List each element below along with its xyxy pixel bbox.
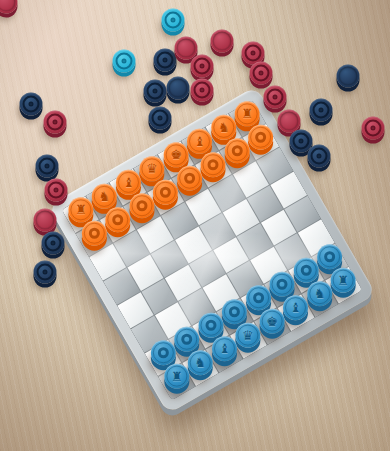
spare-crimson-checker-6-flipped[interactable] [211,30,234,53]
piece-blue-pawn-h2[interactable] [317,244,342,269]
spare-navy-checker-23[interactable] [310,99,333,122]
piece-blue-pawn-c2[interactable] [198,313,223,338]
checker-ring-emboss [45,235,62,252]
scene-desk: ♜♞♝♚♛♝♞♜♜♞♝♚♛♝♞♜ [0,0,390,451]
piece-orange-pawn-a7[interactable] [82,221,107,246]
piece-orange-pawn-g7[interactable] [225,139,250,164]
spare-crimson-checker-20[interactable] [250,62,273,85]
piece-orange-bishop-c8[interactable]: ♝ [116,170,141,195]
spare-navy-checker-4[interactable] [154,49,177,72]
checker-ring-emboss [37,264,54,281]
piece-blue-pawn-e2[interactable] [246,285,271,310]
king-glyph: ♚ [266,315,278,328]
piece-blue-knight-b1[interactable]: ♞ [188,350,213,375]
spare-navy-checker-11[interactable] [149,107,172,130]
piece-orange-knight-b8[interactable]: ♞ [92,184,117,209]
checker-ring-emboss [253,65,270,82]
pawn-ring-emboss [205,320,216,331]
spare-crimson-checker-21[interactable] [264,86,287,109]
pawn-ring-emboss [253,292,264,303]
spare-navy-checker-22-flipped[interactable] [337,65,360,88]
bishop-glyph: ♝ [290,301,302,314]
piece-orange-king-e8[interactable]: ♚ [163,142,188,167]
piece-orange-knight-g8[interactable]: ♞ [211,115,236,140]
checker-ring-emboss [365,120,382,137]
checker-ring-emboss [23,96,40,113]
checker-ring-emboss [311,148,328,165]
piece-blue-pawn-b2[interactable] [174,326,199,351]
checker-ring-emboss [116,53,133,70]
pawn-ring-emboss [181,333,192,344]
bishop-glyph: ♝ [219,342,231,355]
knight-glyph: ♞ [99,190,111,203]
spare-crimson-checker-16-flipped[interactable] [34,209,57,232]
spare-crimson-checker-15[interactable] [45,179,68,202]
piece-blue-bishop-c1[interactable]: ♝ [212,336,237,361]
checker-ring-emboss [165,12,182,29]
piece-blue-rook-a1[interactable]: ♜ [164,364,189,389]
piece-blue-pawn-a2[interactable] [151,340,176,365]
spare-crimson-checker-8[interactable] [191,79,214,102]
spare-cyan-checker-3[interactable] [113,50,136,73]
piece-blue-bishop-f1[interactable]: ♝ [283,295,308,320]
rook-glyph: ♜ [171,370,183,383]
checker-ring-emboss [267,89,284,106]
piece-orange-rook-a8[interactable]: ♜ [68,197,93,222]
pawn-ring-emboss [300,265,311,276]
spare-navy-checker-17[interactable] [42,232,65,255]
checker-ring-emboss [293,133,310,150]
piece-orange-pawn-f7[interactable] [201,152,226,177]
checker-ring-emboss [152,110,169,127]
spare-crimson-checker-27[interactable] [362,117,385,140]
piece-orange-pawn-c7[interactable] [129,194,154,219]
knight-glyph: ♞ [314,287,326,300]
pawn-ring-emboss [277,278,288,289]
piece-blue-king-e1[interactable]: ♚ [260,309,285,334]
piece-blue-queen-d1[interactable]: ♛ [236,323,261,348]
piece-blue-pawn-g2[interactable] [293,258,318,283]
checker-ring-emboss [39,158,56,175]
bishop-glyph: ♝ [122,176,134,189]
spare-navy-checker-9-flipped[interactable] [167,77,190,100]
piece-orange-bishop-f8[interactable]: ♝ [187,129,212,154]
checker-ring-emboss [147,83,164,100]
queen-glyph: ♛ [146,162,158,175]
checker-ring-emboss [48,182,65,199]
spare-navy-checker-14[interactable] [36,155,59,178]
spare-crimson-checker-7[interactable] [191,55,214,78]
queen-glyph: ♛ [242,329,254,342]
checker-ring-emboss [313,102,330,119]
knight-glyph: ♞ [218,121,230,134]
piece-orange-pawn-e7[interactable] [177,166,202,191]
piece-blue-pawn-f2[interactable] [270,271,295,296]
rook-glyph: ♜ [241,107,253,120]
spare-navy-checker-12[interactable] [20,93,43,116]
checker-ring-emboss [47,114,64,131]
checker-ring-emboss [157,52,174,69]
piece-blue-rook-h1[interactable]: ♜ [331,268,356,293]
checker-ring-emboss [194,58,211,75]
piece-blue-pawn-d2[interactable] [222,299,247,324]
spare-navy-checker-18[interactable] [34,261,57,284]
piece-orange-pawn-d7[interactable] [153,180,178,205]
spare-navy-checker-26[interactable] [308,145,331,168]
pawn-ring-emboss [158,347,169,358]
pawn-ring-emboss [324,251,335,262]
spare-crimson-checker-13[interactable] [44,111,67,134]
king-glyph: ♚ [170,148,182,161]
knight-glyph: ♞ [195,356,207,369]
checker-ring-emboss [245,45,262,62]
piece-orange-queen-d8[interactable]: ♛ [139,156,164,181]
pawn-ring-emboss [229,306,240,317]
piece-orange-pawn-h7[interactable] [248,125,273,150]
checker-ring-emboss [194,82,211,99]
rook-glyph: ♜ [75,203,87,216]
bishop-glyph: ♝ [194,135,206,148]
piece-orange-rook-h8[interactable]: ♜ [235,101,260,126]
spare-cyan-checker-2[interactable] [162,9,185,32]
spare-navy-checker-10[interactable] [144,80,167,103]
piece-blue-knight-g1[interactable]: ♞ [307,281,332,306]
piece-orange-pawn-b7[interactable] [106,207,131,232]
rook-glyph: ♜ [338,274,350,287]
